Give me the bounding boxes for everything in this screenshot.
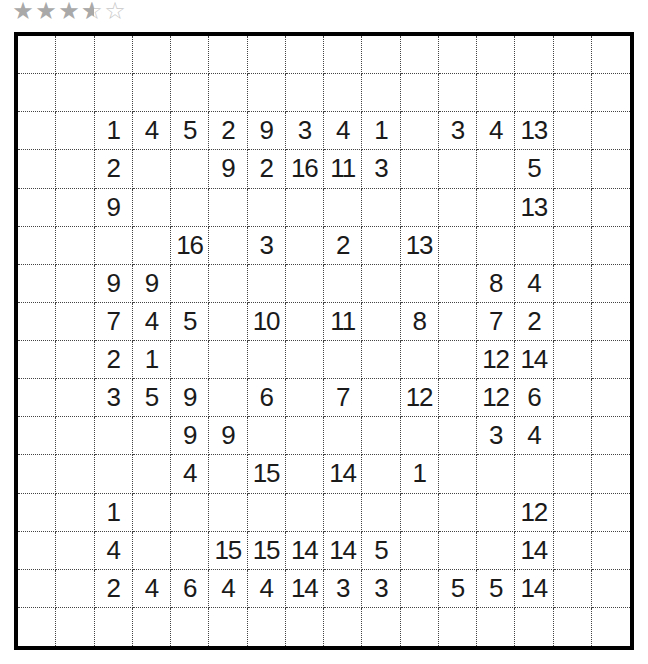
cell-r7c4-clue[interactable]: 5 — [171, 303, 209, 341]
cell-r8c13-clue[interactable]: 14 — [515, 341, 553, 379]
cell-r9c11[interactable] — [439, 379, 477, 417]
cell-r7c7[interactable] — [286, 303, 324, 341]
cell-r14c12-clue[interactable]: 5 — [477, 570, 515, 608]
cell-r0c3[interactable] — [133, 36, 171, 74]
cell-r10c10[interactable] — [401, 417, 439, 455]
cell-r4c10[interactable] — [401, 189, 439, 227]
cell-r8c4[interactable] — [171, 341, 209, 379]
cell-r10c2[interactable] — [95, 417, 133, 455]
cell-r7c9[interactable] — [362, 303, 400, 341]
star-half-fill: ★ — [81, 0, 94, 26]
cell-r2c9-clue[interactable]: 1 — [362, 112, 400, 150]
cell-r4c0[interactable] — [18, 189, 56, 227]
cell-r14c4-clue[interactable]: 6 — [171, 570, 209, 608]
cell-r12c7[interactable] — [286, 494, 324, 532]
cell-r10c3[interactable] — [133, 417, 171, 455]
cell-r7c11[interactable] — [439, 303, 477, 341]
cell-r15c4[interactable] — [171, 608, 209, 646]
difficulty-rating: ★★★☆★☆ — [12, 0, 126, 26]
cell-r9c14[interactable] — [554, 379, 592, 417]
cell-r4c11[interactable] — [439, 189, 477, 227]
cell-r4c8[interactable] — [324, 189, 362, 227]
cell-r9c6-clue[interactable]: 6 — [248, 379, 286, 417]
cell-r11c6-clue[interactable]: 15 — [248, 455, 286, 493]
cell-r0c12[interactable] — [477, 36, 515, 74]
cell-r12c12[interactable] — [477, 494, 515, 532]
cell-r13c12[interactable] — [477, 532, 515, 570]
cell-r13c13-clue[interactable]: 14 — [515, 532, 553, 570]
cell-r14c13-clue[interactable]: 14 — [515, 570, 553, 608]
cell-r8c15[interactable] — [592, 341, 630, 379]
cell-r0c11[interactable] — [439, 36, 477, 74]
cell-r3c15[interactable] — [592, 150, 630, 188]
cell-r10c4-clue[interactable]: 9 — [171, 417, 209, 455]
cell-r3c10[interactable] — [401, 150, 439, 188]
cell-r15c5[interactable] — [209, 608, 247, 646]
cell-r13c2-clue[interactable]: 4 — [95, 532, 133, 570]
cell-r0c6[interactable] — [248, 36, 286, 74]
cell-r15c1[interactable] — [56, 608, 94, 646]
cell-r6c8[interactable] — [324, 265, 362, 303]
cell-r9c12-clue[interactable]: 12 — [477, 379, 515, 417]
cell-r11c3[interactable] — [133, 455, 171, 493]
cell-r1c13[interactable] — [515, 74, 553, 112]
cell-r13c5-clue[interactable]: 15 — [209, 532, 247, 570]
cell-r4c2-clue[interactable]: 9 — [95, 189, 133, 227]
cell-r15c12[interactable] — [477, 608, 515, 646]
cell-r11c14[interactable] — [554, 455, 592, 493]
cell-r0c2[interactable] — [95, 36, 133, 74]
cell-r14c6-clue[interactable]: 4 — [248, 570, 286, 608]
cell-r4c4[interactable] — [171, 189, 209, 227]
cell-r11c4-clue[interactable]: 4 — [171, 455, 209, 493]
cell-r5c3[interactable] — [133, 227, 171, 265]
cell-r7c10-clue[interactable]: 8 — [401, 303, 439, 341]
cell-r9c9[interactable] — [362, 379, 400, 417]
cell-r11c0[interactable] — [18, 455, 56, 493]
cell-r10c9[interactable] — [362, 417, 400, 455]
cell-r5c14[interactable] — [554, 227, 592, 265]
cell-r8c1[interactable] — [56, 341, 94, 379]
cell-r12c1[interactable] — [56, 494, 94, 532]
cell-r1c3[interactable] — [133, 74, 171, 112]
cell-r9c0[interactable] — [18, 379, 56, 417]
cell-r2c3-clue[interactable]: 4 — [133, 112, 171, 150]
cell-r8c8[interactable] — [324, 341, 362, 379]
cell-r13c4[interactable] — [171, 532, 209, 570]
cell-r11c10-clue[interactable]: 1 — [401, 455, 439, 493]
cell-r0c15[interactable] — [592, 36, 630, 74]
cell-r6c2-clue[interactable]: 9 — [95, 265, 133, 303]
cell-r5c10-clue[interactable]: 13 — [401, 227, 439, 265]
cell-r10c7[interactable] — [286, 417, 324, 455]
cell-r12c5[interactable] — [209, 494, 247, 532]
cell-r12c2-clue[interactable]: 1 — [95, 494, 133, 532]
cell-r5c13[interactable] — [515, 227, 553, 265]
cell-r1c10[interactable] — [401, 74, 439, 112]
cell-r13c11[interactable] — [439, 532, 477, 570]
cell-r7c2-clue[interactable]: 7 — [95, 303, 133, 341]
star-icon-5-empty: ☆ — [104, 0, 126, 26]
cell-r14c9-clue[interactable]: 3 — [362, 570, 400, 608]
cell-r6c10[interactable] — [401, 265, 439, 303]
cell-r12c11[interactable] — [439, 494, 477, 532]
cell-r4c14[interactable] — [554, 189, 592, 227]
cell-r2c8-clue[interactable]: 4 — [324, 112, 362, 150]
cell-r5c8-clue[interactable]: 2 — [324, 227, 362, 265]
cell-r3c2-clue[interactable]: 2 — [95, 150, 133, 188]
cell-r0c14[interactable] — [554, 36, 592, 74]
cell-r15c11[interactable] — [439, 608, 477, 646]
cell-r14c10[interactable] — [401, 570, 439, 608]
cell-r3c13-clue[interactable]: 5 — [515, 150, 553, 188]
cell-r0c5[interactable] — [209, 36, 247, 74]
cell-r5c5[interactable] — [209, 227, 247, 265]
cell-r2c0[interactable] — [18, 112, 56, 150]
cell-r9c4-clue[interactable]: 9 — [171, 379, 209, 417]
cell-r7c14[interactable] — [554, 303, 592, 341]
cell-r15c15[interactable] — [592, 608, 630, 646]
star-icon-2-full: ★ — [35, 0, 57, 26]
cell-r0c7[interactable] — [286, 36, 324, 74]
cell-r6c7[interactable] — [286, 265, 324, 303]
cell-r6c9[interactable] — [362, 265, 400, 303]
cell-r1c7[interactable] — [286, 74, 324, 112]
cell-r10c14[interactable] — [554, 417, 592, 455]
cell-r14c0[interactable] — [18, 570, 56, 608]
cell-r0c4[interactable] — [171, 36, 209, 74]
cell-r8c9[interactable] — [362, 341, 400, 379]
cell-r6c4[interactable] — [171, 265, 209, 303]
cell-r5c6-clue[interactable]: 3 — [248, 227, 286, 265]
star-icon-4-half: ☆★ — [81, 0, 103, 26]
cell-r11c9[interactable] — [362, 455, 400, 493]
cell-r5c0[interactable] — [18, 227, 56, 265]
cell-r4c3[interactable] — [133, 189, 171, 227]
cell-r10c15[interactable] — [592, 417, 630, 455]
cell-r10c13-clue[interactable]: 4 — [515, 417, 553, 455]
cell-r15c2[interactable] — [95, 608, 133, 646]
cell-r10c0[interactable] — [18, 417, 56, 455]
cell-r2c11-clue[interactable]: 3 — [439, 112, 477, 150]
cell-r9c10-clue[interactable]: 12 — [401, 379, 439, 417]
cell-r12c4[interactable] — [171, 494, 209, 532]
cell-r8c11[interactable] — [439, 341, 477, 379]
cell-r6c3-clue[interactable]: 9 — [133, 265, 171, 303]
cell-r6c15[interactable] — [592, 265, 630, 303]
cell-r13c6-clue[interactable]: 15 — [248, 532, 286, 570]
cell-r14c11-clue[interactable]: 5 — [439, 570, 477, 608]
cell-r13c9-clue[interactable]: 5 — [362, 532, 400, 570]
cell-r3c9-clue[interactable]: 3 — [362, 150, 400, 188]
cell-r2c4-clue[interactable]: 5 — [171, 112, 209, 150]
cell-r15c0[interactable] — [18, 608, 56, 646]
cell-r9c3-clue[interactable]: 5 — [133, 379, 171, 417]
cell-r1c1[interactable] — [56, 74, 94, 112]
cell-r4c6[interactable] — [248, 189, 286, 227]
cell-r14c8-clue[interactable]: 3 — [324, 570, 362, 608]
puzzle-grid: 1452934134132921611359131632139984745101… — [18, 36, 630, 646]
cell-r11c15[interactable] — [592, 455, 630, 493]
cell-r1c12[interactable] — [477, 74, 515, 112]
cell-r15c7[interactable] — [286, 608, 324, 646]
cell-r11c1[interactable] — [56, 455, 94, 493]
cell-r7c1[interactable] — [56, 303, 94, 341]
cell-r5c15[interactable] — [592, 227, 630, 265]
cell-r13c0[interactable] — [18, 532, 56, 570]
cell-r12c13-clue[interactable]: 12 — [515, 494, 553, 532]
cell-r4c7[interactable] — [286, 189, 324, 227]
cell-r5c7[interactable] — [286, 227, 324, 265]
cell-r10c6[interactable] — [248, 417, 286, 455]
cell-r13c8-clue[interactable]: 14 — [324, 532, 362, 570]
cell-r9c1[interactable] — [56, 379, 94, 417]
cell-r12c3[interactable] — [133, 494, 171, 532]
cell-r15c9[interactable] — [362, 608, 400, 646]
cell-r12c8[interactable] — [324, 494, 362, 532]
cell-r6c13-clue[interactable]: 4 — [515, 265, 553, 303]
cell-r13c10[interactable] — [401, 532, 439, 570]
cell-r1c9[interactable] — [362, 74, 400, 112]
cell-r0c0[interactable] — [18, 36, 56, 74]
cell-r2c6-clue[interactable]: 9 — [248, 112, 286, 150]
cell-r3c5-clue[interactable]: 9 — [209, 150, 247, 188]
star-icon-1-full: ★ — [12, 0, 34, 26]
cell-r5c9[interactable] — [362, 227, 400, 265]
cell-r2c14[interactable] — [554, 112, 592, 150]
cell-r14c5-clue[interactable]: 4 — [209, 570, 247, 608]
cell-r3c12[interactable] — [477, 150, 515, 188]
cell-r11c2[interactable] — [95, 455, 133, 493]
cell-r8c3-clue[interactable]: 1 — [133, 341, 171, 379]
cell-r13c3[interactable] — [133, 532, 171, 570]
cell-r12c9[interactable] — [362, 494, 400, 532]
cell-r8c6[interactable] — [248, 341, 286, 379]
cell-r10c5-clue[interactable]: 9 — [209, 417, 247, 455]
cell-r10c11[interactable] — [439, 417, 477, 455]
cell-r7c12-clue[interactable]: 7 — [477, 303, 515, 341]
cell-r1c5[interactable] — [209, 74, 247, 112]
cell-r1c2[interactable] — [95, 74, 133, 112]
cell-r11c7[interactable] — [286, 455, 324, 493]
cell-r7c3-clue[interactable]: 4 — [133, 303, 171, 341]
cell-r11c12[interactable] — [477, 455, 515, 493]
cell-r5c11[interactable] — [439, 227, 477, 265]
cell-r12c0[interactable] — [18, 494, 56, 532]
cell-r0c8[interactable] — [324, 36, 362, 74]
cell-r3c4[interactable] — [171, 150, 209, 188]
cell-r1c11[interactable] — [439, 74, 477, 112]
cell-r6c11[interactable] — [439, 265, 477, 303]
cell-r11c5[interactable] — [209, 455, 247, 493]
cell-r12c10[interactable] — [401, 494, 439, 532]
cell-r1c0[interactable] — [18, 74, 56, 112]
cell-r9c2-clue[interactable]: 3 — [95, 379, 133, 417]
cell-r2c12-clue[interactable]: 4 — [477, 112, 515, 150]
cell-r0c13[interactable] — [515, 36, 553, 74]
cell-r5c12[interactable] — [477, 227, 515, 265]
cell-r7c0[interactable] — [18, 303, 56, 341]
cell-r15c6[interactable] — [248, 608, 286, 646]
cell-r11c11[interactable] — [439, 455, 477, 493]
cell-r4c1[interactable] — [56, 189, 94, 227]
cell-r6c0[interactable] — [18, 265, 56, 303]
cell-r6c5[interactable] — [209, 265, 247, 303]
cell-r11c13[interactable] — [515, 455, 553, 493]
cell-r4c12[interactable] — [477, 189, 515, 227]
cell-r7c13-clue[interactable]: 2 — [515, 303, 553, 341]
star-icon-3-full: ★ — [58, 0, 80, 26]
cell-r3c6-clue[interactable]: 2 — [248, 150, 286, 188]
cell-r9c7[interactable] — [286, 379, 324, 417]
cell-r15c14[interactable] — [554, 608, 592, 646]
cell-r8c12-clue[interactable]: 12 — [477, 341, 515, 379]
cell-r1c4[interactable] — [171, 74, 209, 112]
cell-r3c3[interactable] — [133, 150, 171, 188]
cell-r9c15[interactable] — [592, 379, 630, 417]
cell-r5c2[interactable] — [95, 227, 133, 265]
cell-r6c6[interactable] — [248, 265, 286, 303]
cell-r3c0[interactable] — [18, 150, 56, 188]
cell-r5c4-clue[interactable]: 16 — [171, 227, 209, 265]
cell-r9c8-clue[interactable]: 7 — [324, 379, 362, 417]
cell-r8c2-clue[interactable]: 2 — [95, 341, 133, 379]
cell-r12c14[interactable] — [554, 494, 592, 532]
cell-r13c15[interactable] — [592, 532, 630, 570]
cell-r2c5-clue[interactable]: 2 — [209, 112, 247, 150]
cell-r1c15[interactable] — [592, 74, 630, 112]
cell-r4c9[interactable] — [362, 189, 400, 227]
cell-r9c13-clue[interactable]: 6 — [515, 379, 553, 417]
cell-r2c10[interactable] — [401, 112, 439, 150]
cell-r6c1[interactable] — [56, 265, 94, 303]
cell-r2c13-clue[interactable]: 13 — [515, 112, 553, 150]
cell-r8c10[interactable] — [401, 341, 439, 379]
cell-r7c15[interactable] — [592, 303, 630, 341]
cell-r15c10[interactable] — [401, 608, 439, 646]
cell-r14c1[interactable] — [56, 570, 94, 608]
cell-r3c14[interactable] — [554, 150, 592, 188]
cell-r9c5[interactable] — [209, 379, 247, 417]
cell-r8c7[interactable] — [286, 341, 324, 379]
cell-r12c6[interactable] — [248, 494, 286, 532]
cell-r15c13[interactable] — [515, 608, 553, 646]
cell-r3c1[interactable] — [56, 150, 94, 188]
puzzle-board: 1452934134132921611359131632139984745101… — [14, 32, 634, 650]
cell-r14c15[interactable] — [592, 570, 630, 608]
cell-r0c1[interactable] — [56, 36, 94, 74]
cell-r12c15[interactable] — [592, 494, 630, 532]
cell-r1c6[interactable] — [248, 74, 286, 112]
cell-r4c13-clue[interactable]: 13 — [515, 189, 553, 227]
cell-r4c5[interactable] — [209, 189, 247, 227]
cell-r14c14[interactable] — [554, 570, 592, 608]
cell-r2c7-clue[interactable]: 3 — [286, 112, 324, 150]
cell-r8c0[interactable] — [18, 341, 56, 379]
cell-r7c8-clue[interactable]: 11 — [324, 303, 362, 341]
cell-r13c7-clue[interactable]: 14 — [286, 532, 324, 570]
cell-r14c2-clue[interactable]: 2 — [95, 570, 133, 608]
cell-r6c12-clue[interactable]: 8 — [477, 265, 515, 303]
cell-r14c3-clue[interactable]: 4 — [133, 570, 171, 608]
cell-r7c6-clue[interactable]: 10 — [248, 303, 286, 341]
cell-r5c1[interactable] — [56, 227, 94, 265]
cell-r8c14[interactable] — [554, 341, 592, 379]
cell-r15c3[interactable] — [133, 608, 171, 646]
cell-r1c8[interactable] — [324, 74, 362, 112]
cell-r10c1[interactable] — [56, 417, 94, 455]
cell-r8c5[interactable] — [209, 341, 247, 379]
cell-r3c8-clue[interactable]: 11 — [324, 150, 362, 188]
cell-r13c1[interactable] — [56, 532, 94, 570]
cell-r14c7-clue[interactable]: 14 — [286, 570, 324, 608]
cell-r1c14[interactable] — [554, 74, 592, 112]
cell-r6c14[interactable] — [554, 265, 592, 303]
cell-r2c1[interactable] — [56, 112, 94, 150]
cell-r10c12-clue[interactable]: 3 — [477, 417, 515, 455]
cell-r2c2-clue[interactable]: 1 — [95, 112, 133, 150]
cell-r11c8-clue[interactable]: 14 — [324, 455, 362, 493]
cell-r3c7-clue[interactable]: 16 — [286, 150, 324, 188]
cell-r3c11[interactable] — [439, 150, 477, 188]
cell-r13c14[interactable] — [554, 532, 592, 570]
cell-r4c15[interactable] — [592, 189, 630, 227]
cell-r0c9[interactable] — [362, 36, 400, 74]
cell-r15c8[interactable] — [324, 608, 362, 646]
cell-r7c5[interactable] — [209, 303, 247, 341]
cell-r2c15[interactable] — [592, 112, 630, 150]
cell-r10c8[interactable] — [324, 417, 362, 455]
cell-r0c10[interactable] — [401, 36, 439, 74]
